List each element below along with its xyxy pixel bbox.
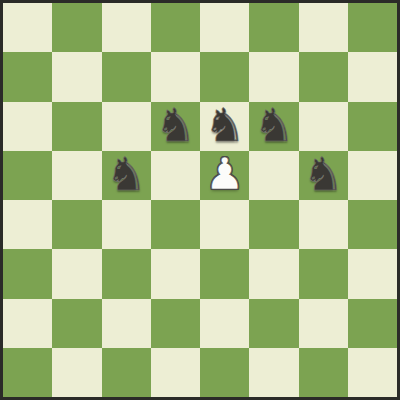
square-c7[interactable] — [102, 52, 151, 101]
square-a3[interactable] — [3, 249, 52, 298]
square-c3[interactable] — [102, 249, 151, 298]
square-f1[interactable] — [249, 348, 298, 397]
square-a1[interactable] — [3, 348, 52, 397]
square-b8[interactable] — [52, 3, 101, 52]
square-g1[interactable] — [299, 348, 348, 397]
square-d1[interactable] — [151, 348, 200, 397]
square-d2[interactable] — [151, 299, 200, 348]
square-g5[interactable]: ♞ — [299, 151, 348, 200]
square-d7[interactable] — [151, 52, 200, 101]
square-e7[interactable] — [200, 52, 249, 101]
square-e2[interactable] — [200, 299, 249, 348]
square-a7[interactable] — [3, 52, 52, 101]
square-a8[interactable] — [3, 3, 52, 52]
square-f6[interactable]: ♞ — [249, 102, 298, 151]
square-d8[interactable] — [151, 3, 200, 52]
square-g3[interactable] — [299, 249, 348, 298]
square-h2[interactable] — [348, 299, 397, 348]
square-b7[interactable] — [52, 52, 101, 101]
square-c6[interactable] — [102, 102, 151, 151]
square-h1[interactable] — [348, 348, 397, 397]
square-a6[interactable] — [3, 102, 52, 151]
black-knight[interactable]: ♞ — [253, 102, 294, 148]
square-d4[interactable] — [151, 200, 200, 249]
black-knight[interactable]: ♞ — [303, 151, 344, 197]
square-a4[interactable] — [3, 200, 52, 249]
square-h8[interactable] — [348, 3, 397, 52]
square-f4[interactable] — [249, 200, 298, 249]
square-c1[interactable] — [102, 348, 151, 397]
square-h6[interactable] — [348, 102, 397, 151]
square-b3[interactable] — [52, 249, 101, 298]
square-c8[interactable] — [102, 3, 151, 52]
square-a2[interactable] — [3, 299, 52, 348]
square-c2[interactable] — [102, 299, 151, 348]
square-b4[interactable] — [52, 200, 101, 249]
square-g8[interactable] — [299, 3, 348, 52]
square-c4[interactable] — [102, 200, 151, 249]
square-h7[interactable] — [348, 52, 397, 101]
square-e8[interactable] — [200, 3, 249, 52]
square-e5[interactable]: ♟ — [200, 151, 249, 200]
chess-board-frame: ♞♞♞♞♟♞ — [0, 0, 400, 400]
square-f8[interactable] — [249, 3, 298, 52]
square-b1[interactable] — [52, 348, 101, 397]
square-h3[interactable] — [348, 249, 397, 298]
square-e1[interactable] — [200, 348, 249, 397]
white-pawn[interactable]: ♟ — [205, 152, 244, 196]
square-h4[interactable] — [348, 200, 397, 249]
square-b2[interactable] — [52, 299, 101, 348]
black-knight[interactable]: ♞ — [106, 151, 147, 197]
square-f2[interactable] — [249, 299, 298, 348]
black-knight[interactable]: ♞ — [155, 102, 196, 148]
square-f5[interactable] — [249, 151, 298, 200]
square-f3[interactable] — [249, 249, 298, 298]
square-g2[interactable] — [299, 299, 348, 348]
square-d6[interactable]: ♞ — [151, 102, 200, 151]
square-f7[interactable] — [249, 52, 298, 101]
square-e3[interactable] — [200, 249, 249, 298]
square-e4[interactable] — [200, 200, 249, 249]
square-a5[interactable] — [3, 151, 52, 200]
square-g7[interactable] — [299, 52, 348, 101]
square-h5[interactable] — [348, 151, 397, 200]
square-d3[interactable] — [151, 249, 200, 298]
square-b5[interactable] — [52, 151, 101, 200]
chess-board[interactable]: ♞♞♞♞♟♞ — [3, 3, 397, 397]
square-c5[interactable]: ♞ — [102, 151, 151, 200]
square-b6[interactable] — [52, 102, 101, 151]
square-e6[interactable]: ♞ — [200, 102, 249, 151]
square-g6[interactable] — [299, 102, 348, 151]
square-d5[interactable] — [151, 151, 200, 200]
square-g4[interactable] — [299, 200, 348, 249]
black-knight[interactable]: ♞ — [204, 102, 245, 148]
